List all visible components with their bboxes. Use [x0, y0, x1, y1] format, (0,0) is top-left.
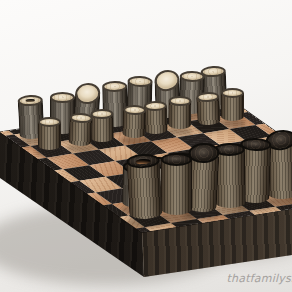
piece-black-rook-h8: [127, 154, 164, 228]
piece-white-pawn-b2: [196, 92, 221, 131]
piece-white-pawn-a2: [221, 88, 244, 126]
photo-watermark: thatfamilysh: [227, 272, 292, 285]
piece-white-pawn-g2: [68, 112, 93, 151]
piece-top-flat: [50, 92, 75, 103]
piece-white-pawn-c2: [168, 96, 192, 134]
piece-top-flat: [221, 88, 244, 98]
piece-white-pawn-f2: [91, 108, 115, 146]
piece-top-flat: [143, 100, 166, 111]
piece-top-flat: [161, 153, 192, 166]
piece-white-pawn-e2: [122, 104, 146, 143]
piece-top-flat: [70, 112, 93, 123]
piece-white-pawn-h2: [38, 117, 61, 155]
drilled-hole: [26, 99, 35, 102]
piece-top-flat: [102, 80, 127, 91]
piece-bark-side: [161, 159, 192, 215]
drilled-hole: [135, 158, 151, 164]
piece-top-flat: [122, 104, 145, 115]
piece-top-flat: [38, 117, 61, 127]
piece-white-pawn-d2: [143, 100, 167, 139]
piece-black-knight-g8: [161, 153, 192, 222]
piece-bark-side: [127, 161, 163, 221]
chess-set-photo: thatfamilysh: [0, 0, 292, 292]
